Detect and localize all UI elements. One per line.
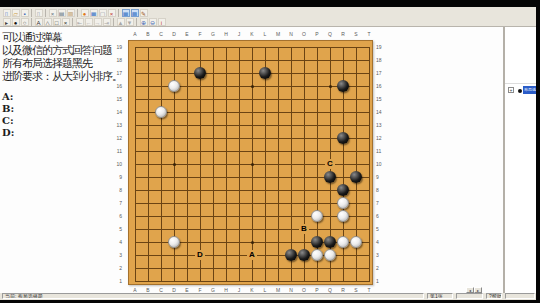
- save-icon[interactable]: ▪: [21, 9, 29, 17]
- black-stone-N3: [285, 249, 297, 261]
- status-help: ?帮助: [486, 293, 502, 299]
- grid-line-v: [291, 47, 292, 282]
- last-move-icon[interactable]: ⇥: [103, 18, 111, 26]
- toolbar-separator: [77, 9, 78, 17]
- zoom-out-icon[interactable]: ⊖: [149, 18, 157, 26]
- coord-left-9: 9: [109, 174, 122, 180]
- prev-move-icon[interactable]: ←: [85, 18, 93, 26]
- black-stone-L17: [259, 67, 271, 79]
- coord-bottom-K: K: [248, 287, 256, 293]
- coord-bottom-Q: Q: [326, 287, 334, 293]
- black-stone-R16: [337, 80, 349, 92]
- toolbar-separator: [118, 9, 119, 17]
- white-stone-D4: [168, 236, 180, 248]
- coord-left-1: 1: [109, 278, 122, 284]
- panel-toggle-icon[interactable]: ▩: [131, 9, 139, 17]
- next-move-icon[interactable]: →: [94, 18, 102, 26]
- toolbar-separator: [45, 9, 46, 17]
- coord-bottom-H: H: [222, 287, 230, 293]
- black-stone-R12: [337, 132, 349, 144]
- status-bar: 当前: 布局选择题 第1张 ?帮助: [0, 293, 536, 300]
- coord-right-19: 19: [376, 44, 389, 50]
- grid-line-v: [265, 47, 266, 282]
- coord-right-1: 1: [376, 278, 389, 284]
- option-d: D:: [2, 127, 14, 138]
- coord-right-14: 14: [376, 109, 389, 115]
- coord-right-10: 10: [376, 161, 389, 167]
- option-c: C:: [2, 115, 14, 126]
- toolbar-row-2: ▸●○A△□×⇤←→⇥▲▼⊕⊖i: [2, 17, 166, 26]
- screen: ▯▱▪▯×▤▥●▦▢×▦▩✎ ▸●○A△□×⇤←→⇥▲▼⊕⊖i 可以通过弹幕 以…: [0, 0, 540, 303]
- black-stone-Q4: [324, 236, 336, 248]
- star-point: [173, 163, 176, 166]
- option-a: A:: [2, 91, 13, 102]
- zoom-in-icon[interactable]: ⊕: [140, 18, 148, 26]
- star-point: [251, 163, 254, 166]
- coord-top-F: F: [196, 31, 204, 37]
- toolbar: ▯▱▪▯×▤▥●▦▢×▦▩✎ ▸●○A△□×⇤←→⇥▲▼⊕⊖i: [0, 7, 536, 27]
- coord-top-B: B: [144, 31, 152, 37]
- coord-left-12: 12: [109, 135, 122, 141]
- board-setup-icon[interactable]: ▦: [90, 9, 98, 17]
- status-page: 第1张: [427, 293, 453, 299]
- first-move-icon[interactable]: ⇤: [76, 18, 84, 26]
- coord-right-13: 13: [376, 122, 389, 128]
- coord-top-M: M: [274, 31, 282, 37]
- grid-line-h: [135, 281, 370, 282]
- coord-top-C: C: [157, 31, 165, 37]
- coord-left-10: 10: [109, 161, 122, 167]
- coord-top-T: T: [365, 31, 373, 37]
- coord-bottom-B: B: [144, 287, 152, 293]
- coord-bottom-E: E: [183, 287, 191, 293]
- grid-line-v: [278, 47, 279, 282]
- white-stone-tool-icon[interactable]: ○: [21, 18, 29, 26]
- black-stone-S9: [350, 171, 362, 183]
- pointer-tool-icon[interactable]: ▸: [3, 18, 11, 26]
- white-stone-P6: [311, 210, 323, 222]
- board-label-C: C: [325, 159, 335, 169]
- coord-top-L: L: [261, 31, 269, 37]
- star-point: [329, 85, 332, 88]
- coord-bottom-L: L: [261, 287, 269, 293]
- coord-bottom-A: A: [131, 287, 139, 293]
- coord-right-15: 15: [376, 96, 389, 102]
- coord-top-Q: Q: [326, 31, 334, 37]
- coord-top-S: S: [352, 31, 360, 37]
- white-stone-R4: [337, 236, 349, 248]
- toolbar-separator: [72, 18, 73, 26]
- white-stone-D16: [168, 80, 180, 92]
- status-extra: [456, 293, 483, 299]
- expand-node-button[interactable]: +: [508, 87, 514, 93]
- coord-left-14: 14: [109, 109, 122, 115]
- toolbar-separator: [136, 18, 137, 26]
- coord-bottom-O: O: [300, 287, 308, 293]
- coord-left-3: 3: [109, 252, 122, 258]
- print-icon[interactable]: ▯: [35, 9, 43, 17]
- tree-view-toggle-icon[interactable]: ▦: [122, 9, 130, 17]
- top-black-bar: [0, 0, 540, 7]
- board-label-A: A: [247, 250, 257, 260]
- toolbar-separator: [31, 18, 32, 26]
- cross-mark-tool-icon[interactable]: ×: [62, 18, 70, 26]
- coord-bottom-M: M: [274, 287, 282, 293]
- coord-top-N: N: [287, 31, 295, 37]
- toolbar-separator: [31, 9, 32, 17]
- coord-left-4: 4: [109, 239, 122, 245]
- coord-top-K: K: [248, 31, 256, 37]
- toolbar-separator: [113, 18, 114, 26]
- delete-node-icon[interactable]: ×: [108, 9, 116, 17]
- coord-right-18: 18: [376, 57, 389, 63]
- coord-left-13: 13: [109, 122, 122, 128]
- coord-top-A: A: [131, 31, 139, 37]
- white-stone-S4: [350, 236, 362, 248]
- black-stone-Q9: [324, 171, 336, 183]
- coord-left-15: 15: [109, 96, 122, 102]
- coord-bottom-G: G: [209, 287, 217, 293]
- new-file-icon[interactable]: ▯: [3, 9, 11, 17]
- open-folder-icon[interactable]: ▱: [12, 9, 20, 17]
- coord-right-8: 8: [376, 187, 389, 193]
- board-label-D: D: [195, 250, 205, 260]
- grid-line-v: [369, 47, 370, 282]
- coord-right-7: 7: [376, 200, 389, 206]
- white-stone-Q3: [324, 249, 336, 261]
- go-board[interactable]: ABCD: [128, 40, 373, 285]
- coord-bottom-D: D: [170, 287, 178, 293]
- white-stone-P3: [311, 249, 323, 261]
- coord-right-16: 16: [376, 83, 389, 89]
- game-info-icon[interactable]: i: [158, 18, 166, 26]
- toolbar-row-1: ▯▱▪▯×▤▥●▦▢×▦▩✎: [2, 8, 148, 17]
- edit-mode-icon[interactable]: ✎: [140, 9, 148, 17]
- option-b: B:: [2, 103, 14, 114]
- tree-panel: + 布局选择题: [505, 27, 536, 293]
- coord-left-8: 8: [109, 187, 122, 193]
- coord-bottom-J: J: [235, 287, 243, 293]
- black-stone-O3: [298, 249, 310, 261]
- coord-top-R: R: [339, 31, 347, 37]
- grid-line-v: [304, 47, 305, 282]
- coord-right-11: 11: [376, 148, 389, 154]
- clear-board-icon[interactable]: ▢: [99, 9, 107, 17]
- grid-line-h: [135, 203, 370, 204]
- coord-left-18: 18: [109, 57, 122, 63]
- triangle-mark-tool-icon[interactable]: △: [44, 18, 52, 26]
- copy-icon[interactable]: ▤: [58, 9, 66, 17]
- coord-left-2: 2: [109, 265, 122, 271]
- coord-left-7: 7: [109, 200, 122, 206]
- right-black-bar: [536, 0, 540, 303]
- coord-right-17: 17: [376, 70, 389, 76]
- coord-right-4: 4: [376, 239, 389, 245]
- coord-left-16: 16: [109, 83, 122, 89]
- coord-bottom-T: T: [365, 287, 373, 293]
- prev-variation-icon[interactable]: ▲: [117, 18, 125, 26]
- coord-top-J: J: [235, 31, 243, 37]
- coord-left-19: 19: [109, 44, 122, 50]
- black-stone-F17: [194, 67, 206, 79]
- coord-bottom-R: R: [339, 287, 347, 293]
- coord-top-G: G: [209, 31, 217, 37]
- status-grip: [505, 293, 535, 299]
- star-point: [251, 241, 254, 244]
- grid-line-h: [135, 190, 370, 191]
- next-variation-icon[interactable]: ▼: [126, 18, 134, 26]
- star-point: [251, 85, 254, 88]
- white-stone-C14: [155, 106, 167, 118]
- grid-line-h: [135, 216, 370, 217]
- coord-left-11: 11: [109, 148, 122, 154]
- status-current: 当前: 布局选择题: [2, 293, 424, 299]
- coord-bottom-P: P: [313, 287, 321, 293]
- coord-top-O: O: [300, 31, 308, 37]
- black-stone-tool-icon[interactable]: ●: [12, 18, 20, 26]
- coord-right-9: 9: [376, 174, 389, 180]
- coord-bottom-F: F: [196, 287, 204, 293]
- coord-right-3: 3: [376, 252, 389, 258]
- square-mark-tool-icon[interactable]: □: [53, 18, 61, 26]
- coord-right-5: 5: [376, 226, 389, 232]
- grid-line-h: [135, 229, 370, 230]
- coord-left-17: 17: [109, 70, 122, 76]
- black-stone-R8: [337, 184, 349, 196]
- coord-right-2: 2: [376, 265, 389, 271]
- coord-bottom-C: C: [157, 287, 165, 293]
- coord-left-5: 5: [109, 226, 122, 232]
- coord-top-E: E: [183, 31, 191, 37]
- coord-top-D: D: [170, 31, 178, 37]
- white-stone-R7: [337, 197, 349, 209]
- coord-right-12: 12: [376, 135, 389, 141]
- coord-left-6: 6: [109, 213, 122, 219]
- grid-line-h: [135, 268, 370, 269]
- tree-node-bullet: [518, 89, 522, 93]
- tree-panel-separator: [505, 83, 536, 84]
- record-icon[interactable]: ●: [81, 9, 89, 17]
- coord-bottom-S: S: [352, 287, 360, 293]
- cut-icon[interactable]: ×: [49, 9, 57, 17]
- board-label-B: B: [299, 224, 309, 234]
- paste-icon[interactable]: ▥: [67, 9, 75, 17]
- coord-right-6: 6: [376, 213, 389, 219]
- white-stone-R6: [337, 210, 349, 222]
- black-stone-P4: [311, 236, 323, 248]
- letter-label-tool-icon[interactable]: A: [35, 18, 43, 26]
- coord-top-P: P: [313, 31, 321, 37]
- coord-bottom-N: N: [287, 287, 295, 293]
- coord-top-H: H: [222, 31, 230, 37]
